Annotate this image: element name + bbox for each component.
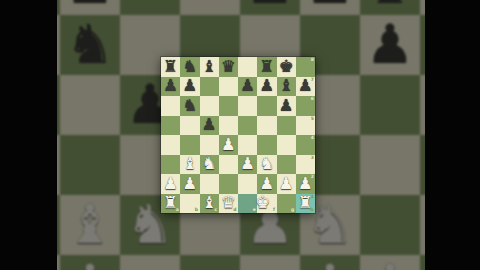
piece-wB-b3[interactable]: ♝ [182,156,197,173]
square-g4[interactable] [277,135,296,155]
piece-bP-b7: ♟ [66,0,114,12]
square-a4[interactable] [161,135,180,155]
piece-wP-g2[interactable]: ♟ [279,176,294,193]
square-h1[interactable]: 1h♜ [296,194,315,214]
square-a1[interactable]: a♜ [161,194,180,214]
square-c3[interactable]: ♞ [200,155,219,175]
square-e2 [240,255,300,270]
file-label-b: b [195,208,198,213]
square-a8[interactable]: ♜ [161,57,180,77]
square-f6[interactable] [257,96,276,116]
piece-bB-g7[interactable]: ♝ [279,78,294,95]
piece-bP-f7[interactable]: ♟ [259,78,274,95]
square-b8[interactable]: ♞ [180,57,199,77]
piece-bP-c5[interactable]: ♟ [202,117,217,134]
square-f7[interactable]: ♟ [257,77,276,97]
square-a5[interactable] [161,116,180,136]
square-f1[interactable]: f♚ [257,194,276,214]
square-c5[interactable]: ♟ [200,116,219,136]
rank-label-1: 1 [311,195,314,200]
square-e4[interactable] [238,135,257,155]
square-b6: ♞ [60,15,120,75]
square-c8[interactable]: ♝ [200,57,219,77]
square-d6[interactable] [219,96,238,116]
square-f2[interactable]: ♟ [257,174,276,194]
square-f3[interactable]: ♞ [257,155,276,175]
square-f4[interactable] [257,135,276,155]
square-b7[interactable]: ♟ [180,77,199,97]
piece-bB-g7: ♝ [366,0,414,12]
piece-bP-a7[interactable]: ♟ [163,78,178,95]
square-b1[interactable]: b [180,194,199,214]
piece-bN-b6: ♞ [66,18,114,72]
square-g5[interactable] [277,116,296,136]
square-g6: ♟ [360,15,420,75]
square-c7 [120,0,180,15]
square-h7[interactable]: 7♟ [296,77,315,97]
file-label-d: d [233,208,236,213]
square-c2[interactable] [200,174,219,194]
piece-bP-e7: ♟ [246,0,294,12]
piece-wP-f2: ♟ [306,258,354,270]
square-d2 [180,255,240,270]
square-g5 [360,75,420,135]
square-e2[interactable] [238,174,257,194]
piece-bB-c8[interactable]: ♝ [202,59,217,76]
square-c2 [120,255,180,270]
square-b4 [60,135,120,195]
square-g1[interactable]: g [277,194,296,214]
piece-bR-a8[interactable]: ♜ [163,59,178,76]
square-a7[interactable]: ♟ [161,77,180,97]
piece-bP-g6: ♟ [366,18,414,72]
square-f5[interactable] [257,116,276,136]
square-a6[interactable] [161,96,180,116]
square-c7[interactable] [200,77,219,97]
piece-bN-b6[interactable]: ♞ [182,98,197,115]
rank-label-5: 5 [311,117,314,122]
square-h8[interactable]: 8 [296,57,315,77]
piece-wP-b2: ♟ [66,258,114,270]
piece-wP-d4[interactable]: ♟ [221,137,236,154]
square-g3 [360,195,420,255]
square-f2: ♟ [300,255,360,270]
square-d2[interactable] [219,174,238,194]
square-c4[interactable] [200,135,219,155]
square-e6[interactable] [238,96,257,116]
square-g4 [360,135,420,195]
rank-label-2: 2 [311,175,314,180]
piece-bK-g8[interactable]: ♚ [279,59,294,76]
square-b4[interactable] [180,135,199,155]
piece-bP-b7[interactable]: ♟ [182,78,197,95]
piece-bN-b8[interactable]: ♞ [182,59,197,76]
square-b2[interactable]: ♟ [180,174,199,194]
piece-bR-f8[interactable]: ♜ [259,59,274,76]
square-g2: ♟ [360,255,420,270]
piece-wP-e3[interactable]: ♟ [240,156,255,173]
file-label-h: h [310,208,313,213]
file-label-c: c [215,208,218,213]
square-e7: ♟ [240,0,300,15]
rank-label-6: 6 [311,97,314,102]
piece-wK-f1[interactable]: ♚ [255,195,270,212]
square-b5[interactable] [180,116,199,136]
square-d7[interactable] [219,77,238,97]
square-g6[interactable]: ♟ [277,96,296,116]
rank-label-4: 4 [311,136,314,141]
piece-bP-g6[interactable]: ♟ [279,98,294,115]
left-letterbox-bar [0,0,57,270]
piece-wN-c3[interactable]: ♞ [202,156,217,173]
square-h3[interactable]: 3 [296,155,315,175]
piece-bP-e7[interactable]: ♟ [240,78,255,95]
square-g3[interactable] [277,155,296,175]
square-d3[interactable] [219,155,238,175]
piece-wN-f3[interactable]: ♞ [259,156,274,173]
square-a2[interactable]: ♟ [161,174,180,194]
square-b3: ♝ [60,195,120,255]
square-h4[interactable]: 4 [296,135,315,155]
square-e7[interactable]: ♟ [238,77,257,97]
square-d7 [180,0,240,15]
piece-wP-b2[interactable]: ♟ [182,176,197,193]
piece-bP-f7: ♟ [306,0,354,12]
square-g8[interactable]: ♚ [277,57,296,77]
piece-wB-b3: ♝ [66,198,114,252]
file-label-g: g [291,208,294,213]
square-g7[interactable]: ♝ [277,77,296,97]
square-c1[interactable]: c♝ [200,194,219,214]
square-b5 [60,75,120,135]
square-e5[interactable] [238,116,257,136]
square-c6[interactable] [200,96,219,116]
file-label-a: a [176,208,179,213]
file-label-f: f [273,208,275,213]
chess-board: ♜♞♝♛♜♚8♟♟♟♟♝7♟♞♟6♟5♟4♝♞♟♞3♟♟♟♟2♟a♜bc♝d♛e… [161,57,315,213]
piece-bQ-d8[interactable]: ♛ [221,59,236,76]
square-d1[interactable]: d♛ [219,194,238,214]
rank-label-7: 7 [311,78,314,83]
right-letterbox-bar [425,0,480,270]
square-d5[interactable] [219,116,238,136]
square-g2[interactable]: ♟ [277,174,296,194]
video-frame: ♜♞♝♛♜♚♟♟♟♟♝♟♞♟♟♟♝♞♟♞♟♟♟♟♟♜♝♛♚♜ ♜♞♝♛♜♚8♟♟… [0,0,480,270]
square-e8[interactable] [238,57,257,77]
square-b3[interactable]: ♝ [180,155,199,175]
square-a3[interactable] [161,155,180,175]
square-f8[interactable]: ♜ [257,57,276,77]
square-b2: ♟ [60,255,120,270]
square-d4[interactable]: ♟ [219,135,238,155]
square-e3[interactable]: ♟ [238,155,257,175]
piece-wP-a2[interactable]: ♟ [163,176,178,193]
square-h6[interactable]: 6 [296,96,315,116]
piece-wP-g2: ♟ [366,258,414,270]
square-f7: ♟ [300,0,360,15]
square-d8[interactable]: ♛ [219,57,238,77]
piece-wP-f2[interactable]: ♟ [259,176,274,193]
rank-label-3: 3 [311,156,314,161]
rank-label-8: 8 [311,58,314,63]
square-h2[interactable]: 2♟ [296,174,315,194]
square-b6[interactable]: ♞ [180,96,199,116]
square-h5[interactable]: 5 [296,116,315,136]
